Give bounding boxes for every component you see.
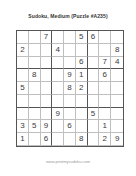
given-digit: 4	[55, 46, 59, 54]
cell-r1c7: 6	[88, 31, 100, 44]
cell-r2c9: 8	[111, 44, 123, 57]
cell-r6c7	[88, 95, 100, 108]
given-digit: 1	[103, 122, 107, 130]
cell-r2c5	[64, 44, 76, 57]
cell-r6c5	[64, 95, 76, 108]
given-digit: 2	[103, 135, 107, 143]
given-digit: 9	[67, 71, 71, 79]
cell-r4c1	[17, 69, 29, 82]
cell-r4c4	[52, 69, 64, 82]
cell-r2c3	[41, 44, 53, 57]
cell-r7c9	[111, 108, 123, 121]
cell-r4c3	[41, 69, 53, 82]
cell-r1c8	[99, 31, 111, 44]
cell-r5c7	[88, 82, 100, 95]
cell-r7c7: 5	[88, 108, 100, 121]
cell-r3c3	[41, 57, 53, 70]
cell-r3c5	[64, 57, 76, 70]
cell-r8c5: 6	[64, 120, 76, 133]
cell-r5c1: 5	[17, 82, 29, 95]
cell-r5c4	[52, 82, 64, 95]
cell-r7c5	[64, 108, 76, 121]
cell-r7c8	[99, 108, 111, 121]
given-digit: 5	[79, 33, 83, 41]
given-digit: 2	[79, 84, 83, 92]
footer-url: www.printmysudoku.com	[0, 159, 136, 164]
cell-r8c8: 1	[99, 120, 111, 133]
given-digit: 4	[115, 58, 119, 66]
given-digit: 5	[32, 122, 36, 130]
cell-r1c9	[111, 31, 123, 44]
cell-r2c2	[29, 44, 41, 57]
cell-r7c4: 9	[52, 108, 64, 121]
given-digit: 3	[20, 122, 24, 130]
cell-r4c7	[88, 69, 100, 82]
cell-r1c3: 7	[41, 31, 53, 44]
cell-r2c8	[99, 44, 111, 57]
given-digit: 6	[79, 58, 83, 66]
given-digit: 8	[67, 84, 71, 92]
cell-r6c2	[29, 95, 41, 108]
cell-r3c7	[88, 57, 100, 70]
cell-r2c1: 2	[17, 44, 29, 57]
given-digit: 5	[91, 110, 95, 118]
cell-r8c2: 5	[29, 120, 41, 133]
cell-r6c6	[76, 95, 88, 108]
cell-r6c4	[52, 95, 64, 108]
given-digit: 6	[67, 122, 71, 130]
given-digit: 1	[79, 71, 83, 79]
cell-r9c2	[29, 133, 41, 146]
cell-r8c1: 3	[17, 120, 29, 133]
cell-r8c3: 9	[41, 120, 53, 133]
cell-r8c9	[111, 120, 123, 133]
cell-r8c4	[52, 120, 64, 133]
cell-r9c6: 8	[76, 133, 88, 146]
given-digit: 7	[103, 58, 107, 66]
cell-r9c4	[52, 133, 64, 146]
cell-r3c2	[29, 57, 41, 70]
cell-r2c4: 4	[52, 44, 64, 57]
sudoku-sheet: Sudoku, Medium (Puzzle #A235) 7562486748…	[0, 0, 136, 176]
cell-r7c1	[17, 108, 29, 121]
given-digit: 9	[55, 110, 59, 118]
given-digit: 7	[44, 33, 48, 41]
cell-r4c9	[111, 69, 123, 82]
cell-r4c6: 1	[76, 69, 88, 82]
sudoku-board: 7562486748916582953596116829	[16, 30, 124, 147]
cell-r9c9: 9	[111, 133, 123, 146]
given-digit: 1	[20, 135, 24, 143]
cell-r5c5: 8	[64, 82, 76, 95]
cell-r1c1	[17, 31, 29, 44]
cell-r9c8: 2	[99, 133, 111, 146]
cell-r3c9: 4	[111, 57, 123, 70]
given-digit: 9	[115, 135, 119, 143]
cell-r7c2	[29, 108, 41, 121]
cell-r4c2: 8	[29, 69, 41, 82]
cell-r9c7	[88, 133, 100, 146]
given-digit: 6	[103, 71, 107, 79]
cell-r3c4	[52, 57, 64, 70]
cell-r2c7	[88, 44, 100, 57]
cell-r6c3	[41, 95, 53, 108]
cell-r6c9	[111, 95, 123, 108]
cell-r7c3	[41, 108, 53, 121]
cell-r5c8	[99, 82, 111, 95]
cell-r9c1: 1	[17, 133, 29, 146]
cell-r3c8: 7	[99, 57, 111, 70]
page-title: Sudoku, Medium (Puzzle #A235)	[0, 13, 136, 19]
cell-r5c6: 2	[76, 82, 88, 95]
given-digit: 6	[91, 33, 95, 41]
given-digit: 5	[20, 84, 24, 92]
given-digit: 2	[20, 46, 24, 54]
cell-r3c6: 6	[76, 57, 88, 70]
cell-r9c5	[64, 133, 76, 146]
cell-r5c9	[111, 82, 123, 95]
cell-r5c3	[41, 82, 53, 95]
cell-r6c1	[17, 95, 29, 108]
cell-r9c3: 6	[41, 133, 53, 146]
cell-r1c5	[64, 31, 76, 44]
cell-r1c4	[52, 31, 64, 44]
cell-r1c2	[29, 31, 41, 44]
given-digit: 8	[79, 135, 83, 143]
cell-r7c6	[76, 108, 88, 121]
given-digit: 9	[44, 122, 48, 130]
given-digit: 8	[115, 46, 119, 54]
cell-r4c8: 6	[99, 69, 111, 82]
cell-r8c7	[88, 120, 100, 133]
given-digit: 8	[32, 71, 36, 79]
cell-r6c8	[99, 95, 111, 108]
cell-r3c1	[17, 57, 29, 70]
cell-r8c6	[76, 120, 88, 133]
cell-r2c6	[76, 44, 88, 57]
cell-r5c2	[29, 82, 41, 95]
cell-r1c6: 5	[76, 31, 88, 44]
given-digit: 6	[44, 135, 48, 143]
cell-r4c5: 9	[64, 69, 76, 82]
